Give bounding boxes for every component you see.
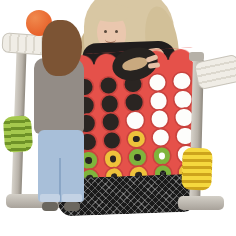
right-base-foot	[178, 196, 224, 210]
board-cell	[98, 112, 124, 132]
empty-hole	[175, 109, 192, 126]
green-disc	[153, 147, 170, 164]
woman-hair-fringe	[92, 4, 132, 22]
board-cell	[149, 146, 175, 166]
board-cell	[100, 149, 126, 169]
empty-hole	[151, 110, 168, 127]
woman-eye-right	[115, 30, 118, 33]
green-disc	[128, 149, 145, 166]
board-cell	[147, 109, 173, 129]
child-jeans-cuff	[40, 194, 60, 202]
board-grid	[71, 71, 200, 188]
child-jeans-cuff	[62, 194, 82, 202]
board-cell	[144, 73, 170, 93]
empty-hole	[103, 132, 120, 149]
yellow-disc	[104, 150, 121, 167]
board-cell	[148, 128, 174, 148]
board-cell	[123, 129, 149, 149]
empty-hole	[125, 94, 142, 111]
board-cell	[121, 93, 147, 113]
photo-scene	[0, 0, 236, 236]
child-shoe	[64, 202, 80, 211]
empty-hole	[150, 92, 167, 109]
empty-hole	[174, 91, 191, 108]
board-cell	[96, 76, 122, 96]
empty-hole	[102, 113, 119, 130]
yellow-disc	[127, 130, 144, 147]
empty-hole	[101, 95, 118, 112]
green-ring-stack	[3, 115, 33, 153]
right-post-cap	[189, 52, 204, 61]
board-cell	[146, 91, 172, 111]
board-cell	[169, 71, 195, 91]
woman-eye-left	[104, 30, 107, 33]
board-cell	[99, 131, 125, 151]
empty-hole	[152, 129, 169, 146]
empty-hole	[173, 72, 190, 89]
yellow-ring-stack	[181, 147, 212, 190]
child-jeans	[38, 130, 84, 202]
empty-hole	[148, 74, 165, 91]
child-shoe	[42, 202, 58, 211]
board-cell	[97, 94, 123, 114]
board-cell	[124, 147, 150, 167]
empty-hole	[100, 77, 117, 94]
board-cell	[122, 111, 148, 131]
empty-hole	[126, 112, 143, 129]
